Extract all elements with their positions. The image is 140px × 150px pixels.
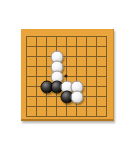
intersection-b2[interactable] <box>31 41 41 51</box>
intersection-a4[interactable] <box>21 61 31 71</box>
intersection-i2[interactable] <box>101 41 111 51</box>
intersection-f1[interactable] <box>71 31 81 41</box>
intersection-a5[interactable] <box>21 71 31 81</box>
intersection-b1[interactable] <box>31 31 41 41</box>
intersection-e2[interactable] <box>61 41 71 51</box>
intersection-g4[interactable] <box>81 61 91 71</box>
intersection-g3[interactable] <box>81 51 91 61</box>
intersection-a9[interactable] <box>21 111 31 121</box>
intersection-h5[interactable] <box>91 71 101 81</box>
intersection-f4[interactable] <box>71 61 81 71</box>
intersection-c1[interactable] <box>41 31 51 41</box>
intersection-c2[interactable] <box>41 41 51 51</box>
intersection-i8[interactable] <box>101 101 111 111</box>
intersection-h9[interactable] <box>91 111 101 121</box>
intersection-i1[interactable] <box>101 31 111 41</box>
intersection-i5[interactable] <box>101 71 111 81</box>
intersection-g9[interactable] <box>81 111 91 121</box>
white-stone <box>71 91 84 104</box>
intersection-h3[interactable] <box>91 51 101 61</box>
intersection-i7[interactable] <box>101 91 111 101</box>
intersection-h7[interactable] <box>91 91 101 101</box>
intersection-b3[interactable] <box>31 51 41 61</box>
intersection-a6[interactable] <box>21 81 31 91</box>
intersection-i3[interactable] <box>101 51 111 61</box>
intersection-e1[interactable] <box>61 31 71 41</box>
intersection-a7[interactable] <box>21 91 31 101</box>
intersection-a2[interactable] <box>21 41 31 51</box>
intersection-b5[interactable] <box>31 71 41 81</box>
intersection-d1[interactable] <box>51 31 61 41</box>
intersection-h1[interactable] <box>91 31 101 41</box>
intersection-f5[interactable] <box>71 71 81 81</box>
intersection-h6[interactable] <box>91 81 101 91</box>
intersection-a3[interactable] <box>21 51 31 61</box>
intersection-f2[interactable] <box>71 41 81 51</box>
intersection-a1[interactable] <box>21 31 31 41</box>
intersection-a8[interactable] <box>21 101 31 111</box>
intersection-d2[interactable] <box>51 41 61 51</box>
intersection-h8[interactable] <box>91 101 101 111</box>
intersection-c9[interactable] <box>41 111 51 121</box>
intersection-d8[interactable] <box>51 101 61 111</box>
intersection-f3[interactable] <box>71 51 81 61</box>
intersection-g1[interactable] <box>81 31 91 41</box>
page-background <box>0 0 140 150</box>
intersection-g8[interactable] <box>81 101 91 111</box>
intersection-i4[interactable] <box>101 61 111 71</box>
intersection-g5[interactable] <box>81 71 91 81</box>
intersection-c5[interactable] <box>41 71 51 81</box>
intersection-b8[interactable] <box>31 101 41 111</box>
intersection-b4[interactable] <box>31 61 41 71</box>
go-board <box>21 29 114 121</box>
intersection-c3[interactable] <box>41 51 51 61</box>
intersection-h2[interactable] <box>91 41 101 51</box>
intersection-b6[interactable] <box>31 81 41 91</box>
intersection-f9[interactable] <box>71 111 81 121</box>
intersection-i6[interactable] <box>101 81 111 91</box>
intersection-c4[interactable] <box>41 61 51 71</box>
intersection-c8[interactable] <box>41 101 51 111</box>
intersection-h4[interactable] <box>91 61 101 71</box>
intersection-b7[interactable] <box>31 91 41 101</box>
star-point <box>65 75 68 78</box>
intersection-i9[interactable] <box>101 111 111 121</box>
board-grid <box>26 36 107 117</box>
intersection-e9[interactable] <box>61 111 71 121</box>
intersection-b9[interactable] <box>31 111 41 121</box>
intersection-d9[interactable] <box>51 111 61 121</box>
intersection-g2[interactable] <box>81 41 91 51</box>
